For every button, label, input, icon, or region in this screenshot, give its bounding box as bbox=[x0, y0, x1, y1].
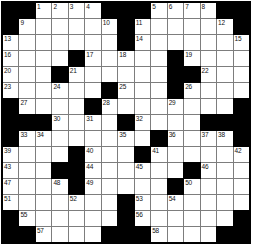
black-cell bbox=[184, 163, 199, 178]
grid-cell[interactable] bbox=[19, 35, 34, 50]
grid-cell[interactable] bbox=[217, 195, 232, 210]
grid-cell[interactable] bbox=[184, 227, 199, 242]
grid-cell[interactable]: 4 bbox=[85, 3, 100, 18]
grid-cell[interactable] bbox=[184, 35, 199, 50]
grid-cell[interactable] bbox=[36, 147, 51, 162]
grid-cell[interactable] bbox=[19, 163, 34, 178]
grid-cell[interactable] bbox=[69, 35, 84, 50]
grid-cell[interactable] bbox=[217, 179, 232, 194]
clue-number: 18 bbox=[119, 51, 126, 58]
clue-number: 49 bbox=[86, 179, 93, 186]
grid-cell[interactable] bbox=[19, 51, 34, 66]
clue-number: 23 bbox=[4, 83, 11, 90]
black-cell bbox=[3, 227, 18, 242]
grid-cell[interactable]: 9 bbox=[19, 19, 34, 34]
grid-cell[interactable] bbox=[151, 19, 166, 34]
clue-number: 14 bbox=[136, 35, 143, 42]
grid-cell[interactable] bbox=[135, 99, 150, 114]
black-cell bbox=[135, 3, 150, 18]
clue-number: 58 bbox=[152, 227, 159, 234]
clue-number: 56 bbox=[136, 211, 143, 218]
grid-cell[interactable] bbox=[168, 211, 183, 226]
black-cell bbox=[85, 99, 100, 114]
clue-number: 47 bbox=[4, 179, 11, 186]
grid-cell[interactable] bbox=[36, 83, 51, 98]
clue-number: 57 bbox=[37, 227, 44, 234]
black-cell bbox=[168, 179, 183, 194]
grid-cell[interactable] bbox=[217, 99, 232, 114]
grid-cell[interactable] bbox=[151, 211, 166, 226]
black-cell bbox=[69, 163, 84, 178]
grid-cell[interactable] bbox=[151, 163, 166, 178]
clue-number: 29 bbox=[169, 99, 176, 106]
black-cell bbox=[168, 67, 183, 82]
clue-number: 20 bbox=[4, 67, 11, 74]
grid-cell[interactable] bbox=[36, 179, 51, 194]
grid-cell[interactable]: 36 bbox=[168, 131, 183, 146]
grid-cell[interactable]: 35 bbox=[118, 131, 133, 146]
grid-cell[interactable] bbox=[102, 51, 117, 66]
grid-cell[interactable] bbox=[19, 195, 34, 210]
grid-cell[interactable] bbox=[217, 67, 232, 82]
clue-number: 5 bbox=[152, 3, 155, 10]
grid-cell[interactable] bbox=[184, 99, 199, 114]
grid-cell[interactable] bbox=[151, 35, 166, 50]
grid-cell[interactable] bbox=[118, 67, 133, 82]
black-cell bbox=[3, 19, 18, 34]
grid-cell[interactable] bbox=[168, 147, 183, 162]
grid-cell[interactable]: 23 bbox=[3, 83, 18, 98]
grid-cell[interactable]: 8 bbox=[201, 3, 216, 18]
grid-cell[interactable] bbox=[102, 115, 117, 130]
grid-cell[interactable] bbox=[151, 51, 166, 66]
grid-cell[interactable] bbox=[85, 83, 100, 98]
grid-cell[interactable]: 43 bbox=[3, 163, 18, 178]
clue-number: 33 bbox=[20, 131, 27, 138]
clue-number: 24 bbox=[53, 83, 60, 90]
grid-cell[interactable] bbox=[184, 115, 199, 130]
grid-cell[interactable] bbox=[102, 147, 117, 162]
grid-cell[interactable]: 47 bbox=[3, 179, 18, 194]
clue-number: 55 bbox=[20, 211, 27, 218]
black-cell bbox=[217, 3, 232, 18]
grid-cell[interactable] bbox=[102, 179, 117, 194]
grid-cell[interactable] bbox=[85, 195, 100, 210]
grid-cell[interactable]: 39 bbox=[3, 147, 18, 162]
grid-cell[interactable]: 21 bbox=[69, 67, 84, 82]
clue-number: 2 bbox=[53, 3, 56, 10]
grid-cell[interactable]: 41 bbox=[151, 147, 166, 162]
black-cell bbox=[151, 131, 166, 146]
clue-number: 16 bbox=[4, 51, 11, 58]
grid-cell[interactable] bbox=[184, 211, 199, 226]
clue-number: 48 bbox=[53, 179, 60, 186]
black-cell bbox=[52, 67, 67, 82]
black-cell bbox=[69, 179, 84, 194]
black-cell bbox=[102, 3, 117, 18]
grid-cell[interactable] bbox=[118, 179, 133, 194]
grid-cell[interactable]: 46 bbox=[201, 163, 216, 178]
clue-number: 10 bbox=[103, 19, 110, 26]
grid-cell[interactable]: 26 bbox=[184, 83, 199, 98]
grid-cell[interactable]: 38 bbox=[217, 131, 232, 146]
grid-cell[interactable]: 45 bbox=[135, 163, 150, 178]
grid-cell[interactable] bbox=[69, 99, 84, 114]
grid-cell[interactable] bbox=[151, 195, 166, 210]
clue-number: 41 bbox=[152, 147, 159, 154]
grid-cell[interactable] bbox=[234, 163, 249, 178]
grid-cell[interactable]: 33 bbox=[19, 131, 34, 146]
grid-cell[interactable]: 58 bbox=[151, 227, 166, 242]
grid-cell[interactable] bbox=[234, 179, 249, 194]
black-cell bbox=[201, 115, 216, 130]
grid-cell[interactable]: 12 bbox=[217, 19, 232, 34]
grid-cell[interactable]: 11 bbox=[135, 19, 150, 34]
black-cell bbox=[168, 51, 183, 66]
grid-cell[interactable]: 16 bbox=[3, 51, 18, 66]
grid-cell[interactable] bbox=[184, 195, 199, 210]
grid-cell[interactable] bbox=[217, 83, 232, 98]
black-cell bbox=[217, 227, 232, 242]
grid-cell[interactable]: 28 bbox=[102, 99, 117, 114]
clue-number: 15 bbox=[235, 35, 242, 42]
grid-cell[interactable] bbox=[151, 83, 166, 98]
clue-number: 6 bbox=[169, 3, 172, 10]
grid-cell[interactable]: 40 bbox=[85, 147, 100, 162]
grid-cell[interactable] bbox=[52, 195, 67, 210]
grid-cell[interactable] bbox=[201, 179, 216, 194]
grid-cell[interactable]: 32 bbox=[135, 115, 150, 130]
grid-cell[interactable] bbox=[201, 211, 216, 226]
grid-cell[interactable] bbox=[85, 67, 100, 82]
grid-cell[interactable] bbox=[135, 179, 150, 194]
grid-cell[interactable]: 49 bbox=[85, 179, 100, 194]
grid-cell[interactable]: 50 bbox=[184, 179, 199, 194]
grid-cell[interactable] bbox=[135, 51, 150, 66]
grid-cell[interactable] bbox=[217, 147, 232, 162]
clue-number: 39 bbox=[4, 147, 11, 154]
clue-number: 40 bbox=[86, 147, 93, 154]
black-cell bbox=[135, 227, 150, 242]
grid-cell[interactable] bbox=[102, 131, 117, 146]
grid-cell[interactable] bbox=[184, 147, 199, 162]
grid-cell[interactable]: 1 bbox=[36, 3, 51, 18]
grid-cell[interactable]: 3 bbox=[69, 3, 84, 18]
black-cell bbox=[234, 211, 249, 226]
grid-cell[interactable]: 53 bbox=[135, 195, 150, 210]
black-cell bbox=[168, 83, 183, 98]
black-cell bbox=[3, 115, 18, 130]
grid-cell[interactable]: 10 bbox=[102, 19, 117, 34]
grid-cell[interactable] bbox=[52, 19, 67, 34]
grid-cell[interactable] bbox=[102, 195, 117, 210]
grid-cell[interactable] bbox=[36, 67, 51, 82]
grid-cell[interactable] bbox=[234, 51, 249, 66]
black-cell bbox=[234, 3, 249, 18]
black-cell bbox=[217, 115, 232, 130]
grid-cell[interactable] bbox=[151, 115, 166, 130]
clue-number: 22 bbox=[202, 67, 209, 74]
grid-cell[interactable] bbox=[201, 147, 216, 162]
clue-number: 25 bbox=[119, 83, 126, 90]
black-cell bbox=[3, 3, 18, 18]
clue-number: 32 bbox=[136, 115, 143, 122]
clue-number: 34 bbox=[37, 131, 44, 138]
grid-cell[interactable]: 14 bbox=[135, 35, 150, 50]
black-cell bbox=[234, 19, 249, 34]
grid-cell[interactable] bbox=[19, 179, 34, 194]
grid-cell[interactable] bbox=[217, 163, 232, 178]
grid-cell[interactable] bbox=[52, 227, 67, 242]
grid-cell[interactable] bbox=[85, 211, 100, 226]
black-cell bbox=[69, 51, 84, 66]
grid-cell[interactable]: 13 bbox=[3, 35, 18, 50]
grid-cell[interactable] bbox=[118, 99, 133, 114]
grid-cell[interactable]: 5 bbox=[151, 3, 166, 18]
black-cell bbox=[118, 3, 133, 18]
black-cell bbox=[19, 115, 34, 130]
grid-cell[interactable] bbox=[69, 19, 84, 34]
grid-cell[interactable] bbox=[102, 67, 117, 82]
black-cell bbox=[234, 115, 249, 130]
grid-cell[interactable]: 42 bbox=[234, 147, 249, 162]
grid-cell[interactable] bbox=[217, 51, 232, 66]
black-cell bbox=[102, 227, 117, 242]
black-cell bbox=[36, 115, 51, 130]
grid-cell[interactable] bbox=[217, 211, 232, 226]
grid-cell[interactable] bbox=[52, 211, 67, 226]
grid-cell[interactable]: 52 bbox=[69, 195, 84, 210]
clue-number: 8 bbox=[202, 3, 205, 10]
black-cell bbox=[234, 227, 249, 242]
grid-cell[interactable] bbox=[19, 83, 34, 98]
grid-cell[interactable]: 17 bbox=[85, 51, 100, 66]
grid-cell[interactable] bbox=[201, 99, 216, 114]
black-cell bbox=[19, 3, 34, 18]
grid-cell[interactable]: 7 bbox=[184, 3, 199, 18]
grid-cell[interactable]: 19 bbox=[184, 51, 199, 66]
grid-cell[interactable] bbox=[135, 83, 150, 98]
grid-cell[interactable] bbox=[168, 19, 183, 34]
grid-cell[interactable] bbox=[168, 35, 183, 50]
clue-number: 46 bbox=[202, 163, 209, 170]
grid-cell[interactable]: 20 bbox=[3, 67, 18, 82]
clue-number: 38 bbox=[218, 131, 225, 138]
clue-number: 30 bbox=[53, 115, 60, 122]
grid-cell[interactable]: 25 bbox=[118, 83, 133, 98]
clue-number: 52 bbox=[70, 195, 77, 202]
crossword-page: 1234567891011121314151617181920212223242… bbox=[0, 0, 253, 246]
grid-cell[interactable] bbox=[151, 67, 166, 82]
grid-cell[interactable] bbox=[102, 211, 117, 226]
grid-cell[interactable] bbox=[151, 99, 166, 114]
clue-number: 11 bbox=[136, 19, 142, 26]
grid-cell[interactable] bbox=[36, 35, 51, 50]
grid-cell[interactable]: 30 bbox=[52, 115, 67, 130]
clue-number: 36 bbox=[169, 131, 176, 138]
clue-number: 44 bbox=[86, 163, 93, 170]
clue-number: 7 bbox=[185, 3, 188, 10]
grid-cell[interactable] bbox=[19, 147, 34, 162]
grid-cell[interactable]: 6 bbox=[168, 3, 183, 18]
grid-cell[interactable] bbox=[85, 35, 100, 50]
clue-number: 53 bbox=[136, 195, 143, 202]
grid-cell[interactable] bbox=[234, 67, 249, 82]
grid-cell[interactable]: 24 bbox=[52, 83, 67, 98]
black-cell bbox=[19, 227, 34, 242]
clue-number: 27 bbox=[20, 99, 27, 106]
black-cell bbox=[102, 83, 117, 98]
clue-number: 19 bbox=[185, 51, 192, 58]
clue-number: 28 bbox=[103, 99, 110, 106]
black-cell bbox=[118, 115, 133, 130]
clue-number: 13 bbox=[4, 35, 11, 42]
grid-cell[interactable]: 37 bbox=[201, 131, 216, 146]
grid-cell[interactable] bbox=[234, 83, 249, 98]
grid-cell[interactable] bbox=[36, 99, 51, 114]
black-cell bbox=[52, 163, 67, 178]
clue-number: 37 bbox=[202, 131, 209, 138]
grid-cell[interactable] bbox=[168, 163, 183, 178]
black-cell bbox=[3, 131, 18, 146]
grid-cell[interactable] bbox=[168, 115, 183, 130]
grid-cell[interactable]: 29 bbox=[168, 99, 183, 114]
grid-cell[interactable] bbox=[69, 115, 84, 130]
clue-number: 1 bbox=[37, 3, 40, 10]
clue-number: 4 bbox=[86, 3, 89, 10]
clue-number: 50 bbox=[185, 179, 192, 186]
grid-cell[interactable] bbox=[85, 227, 100, 242]
grid-cell[interactable]: 57 bbox=[36, 227, 51, 242]
grid-cell[interactable] bbox=[52, 35, 67, 50]
clue-number: 45 bbox=[136, 163, 143, 170]
grid-cell[interactable]: 51 bbox=[3, 195, 18, 210]
grid-cell[interactable]: 56 bbox=[135, 211, 150, 226]
black-cell bbox=[118, 211, 133, 226]
black-cell bbox=[118, 19, 133, 34]
grid-cell[interactable] bbox=[52, 147, 67, 162]
grid-cell[interactable] bbox=[85, 19, 100, 34]
crossword-grid[interactable]: 1234567891011121314151617181920212223242… bbox=[1, 1, 251, 244]
grid-cell[interactable] bbox=[69, 83, 84, 98]
clue-number: 51 bbox=[4, 195, 11, 202]
clue-number: 26 bbox=[185, 83, 192, 90]
black-cell bbox=[118, 227, 133, 242]
grid-cell[interactable]: 15 bbox=[234, 35, 249, 50]
grid-cell[interactable] bbox=[168, 227, 183, 242]
grid-cell[interactable] bbox=[36, 19, 51, 34]
grid-cell[interactable]: 44 bbox=[85, 163, 100, 178]
grid-cell[interactable] bbox=[19, 67, 34, 82]
clue-number: 42 bbox=[235, 147, 242, 154]
grid-cell[interactable] bbox=[36, 51, 51, 66]
clue-number: 21 bbox=[70, 67, 77, 74]
grid-cell[interactable]: 31 bbox=[85, 115, 100, 130]
grid-cell[interactable] bbox=[102, 163, 117, 178]
black-cell bbox=[234, 99, 249, 114]
clue-number: 43 bbox=[4, 163, 11, 170]
grid-cell[interactable] bbox=[135, 67, 150, 82]
black-cell bbox=[69, 147, 84, 162]
grid-cell[interactable]: 34 bbox=[36, 131, 51, 146]
grid-cell[interactable] bbox=[201, 51, 216, 66]
grid-cell[interactable]: 18 bbox=[118, 51, 133, 66]
black-cell bbox=[234, 131, 249, 146]
grid-cell[interactable] bbox=[201, 227, 216, 242]
grid-cell[interactable] bbox=[234, 195, 249, 210]
grid-cell[interactable]: 55 bbox=[19, 211, 34, 226]
black-cell bbox=[3, 99, 18, 114]
grid-cell[interactable] bbox=[69, 227, 84, 242]
grid-cell[interactable] bbox=[52, 99, 67, 114]
grid-cell[interactable]: 27 bbox=[19, 99, 34, 114]
black-cell bbox=[118, 35, 133, 50]
grid-cell[interactable] bbox=[69, 131, 84, 146]
grid-cell[interactable] bbox=[85, 131, 100, 146]
grid-cell[interactable] bbox=[201, 35, 216, 50]
clue-number: 35 bbox=[119, 131, 126, 138]
grid-cell[interactable] bbox=[36, 163, 51, 178]
grid-cell[interactable]: 54 bbox=[168, 195, 183, 210]
grid-cell[interactable] bbox=[102, 35, 117, 50]
grid-cell[interactable]: 2 bbox=[52, 3, 67, 18]
grid-cell[interactable] bbox=[201, 19, 216, 34]
grid-cell[interactable] bbox=[52, 51, 67, 66]
black-cell bbox=[135, 147, 150, 162]
clue-number: 54 bbox=[169, 195, 176, 202]
clue-number: 31 bbox=[86, 115, 93, 122]
grid-cell[interactable] bbox=[201, 195, 216, 210]
grid-cell[interactable] bbox=[52, 131, 67, 146]
clue-number: 17 bbox=[86, 51, 93, 58]
clue-number: 9 bbox=[20, 19, 23, 26]
grid-cell[interactable] bbox=[151, 179, 166, 194]
grid-cell[interactable] bbox=[118, 163, 133, 178]
grid-cell[interactable] bbox=[184, 131, 199, 146]
grid-cell[interactable] bbox=[36, 211, 51, 226]
grid-cell[interactable] bbox=[36, 195, 51, 210]
black-cell bbox=[3, 211, 18, 226]
grid-cell[interactable]: 22 bbox=[201, 67, 216, 82]
grid-cell[interactable] bbox=[135, 131, 150, 146]
grid-cell[interactable] bbox=[217, 35, 232, 50]
grid-cell[interactable]: 48 bbox=[52, 179, 67, 194]
black-cell bbox=[184, 67, 199, 82]
black-cell bbox=[118, 195, 133, 210]
grid-cell[interactable] bbox=[118, 147, 133, 162]
grid-cell[interactable] bbox=[184, 19, 199, 34]
clue-number: 12 bbox=[218, 19, 225, 26]
grid-cell[interactable] bbox=[201, 83, 216, 98]
grid-cell[interactable] bbox=[69, 211, 84, 226]
clue-number: 3 bbox=[70, 3, 73, 10]
